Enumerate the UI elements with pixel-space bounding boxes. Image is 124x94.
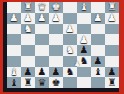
chess-piece-bP[interactable]: ♟ [80, 45, 89, 55]
chess-piece-bB[interactable]: ♝ [10, 78, 19, 88]
chess-piece-wP[interactable]: ♟ [38, 13, 47, 23]
app-window: ♜♛♚♝♜♟♟♟♟♟♟♞♟♟♞♟♞♟♟♝♟♟♟♞♝♟♝♜♛♚♜ [0, 0, 124, 94]
chess-piece-bP[interactable]: ♟ [52, 67, 61, 77]
board-square-b2[interactable]: ♟ [91, 13, 105, 24]
board-square-c8[interactable] [77, 77, 91, 88]
chess-piece-bP[interactable]: ♟ [94, 56, 103, 66]
board-square-h8[interactable]: ♝ [7, 77, 21, 88]
board-square-b8[interactable] [91, 77, 105, 88]
chess-piece-wB[interactable]: ♝ [80, 2, 89, 12]
board-square-f5[interactable] [35, 45, 49, 56]
board-square-c3[interactable] [77, 24, 91, 35]
board-square-e4[interactable] [49, 34, 63, 45]
board-square-b7[interactable]: ♝ [91, 67, 105, 78]
board-square-h7[interactable]: ♝ [7, 67, 21, 78]
board-square-f3[interactable] [35, 24, 49, 35]
chess-piece-wP[interactable]: ♟ [10, 13, 19, 23]
board-square-c2[interactable] [77, 13, 91, 24]
chess-board: ♜♛♚♝♜♟♟♟♟♟♟♞♟♟♞♟♞♟♟♝♟♟♟♞♝♟♝♜♛♚♜ [7, 2, 119, 88]
board-square-e3[interactable] [49, 24, 63, 35]
chess-piece-bR[interactable]: ♜ [108, 78, 117, 88]
chess-piece-bN[interactable]: ♞ [80, 56, 89, 66]
board-square-f8[interactable]: ♛ [35, 77, 49, 88]
board-square-b3[interactable] [91, 24, 105, 35]
chess-piece-wP[interactable]: ♟ [94, 13, 103, 23]
bottom-panel-strip [3, 88, 119, 92]
board-square-a5[interactable] [105, 45, 119, 56]
chess-piece-bP[interactable]: ♟ [108, 67, 117, 77]
board-square-f6[interactable] [35, 56, 49, 67]
board-square-a4[interactable] [105, 34, 119, 45]
board-square-a7[interactable]: ♟ [105, 67, 119, 78]
chess-piece-bP[interactable]: ♟ [24, 67, 33, 77]
board-square-d5[interactable]: ♞ [63, 45, 77, 56]
board-square-h3[interactable] [7, 24, 21, 35]
board-square-g4[interactable] [21, 34, 35, 45]
board-square-h4[interactable] [7, 34, 21, 45]
capture-artifact-pawn-icon: ♟ [74, 61, 80, 68]
chess-piece-wR[interactable]: ♜ [108, 2, 117, 12]
board-square-h2[interactable]: ♟ [7, 13, 21, 24]
board-square-g3[interactable]: ♞ [21, 24, 35, 35]
board-square-e6[interactable] [49, 56, 63, 67]
board-square-c6[interactable]: ♞♟ [77, 56, 91, 67]
chess-piece-bP[interactable]: ♟ [38, 67, 47, 77]
chess-piece-bK[interactable]: ♚ [52, 78, 61, 88]
board-square-c1[interactable]: ♝ [77, 2, 91, 13]
board-square-a2[interactable]: ♟ [105, 13, 119, 24]
chess-piece-wN[interactable]: ♞ [66, 45, 75, 55]
chess-piece-bR[interactable]: ♜ [24, 78, 33, 88]
chess-piece-bN[interactable]: ♞ [66, 67, 75, 77]
board-square-h5[interactable] [7, 45, 21, 56]
chess-piece-bB[interactable]: ♝ [94, 67, 103, 77]
chess-piece-wR[interactable]: ♜ [24, 2, 33, 12]
chess-piece-wP[interactable]: ♟ [24, 13, 33, 23]
board-square-e7[interactable]: ♟ [49, 67, 63, 78]
board-square-d1[interactable] [63, 2, 77, 13]
board-square-a3[interactable] [105, 24, 119, 35]
board-square-g5[interactable] [21, 45, 35, 56]
board-square-d8[interactable] [63, 77, 77, 88]
chess-piece-wP[interactable]: ♟ [66, 24, 75, 34]
chess-piece-wB[interactable]: ♝ [10, 67, 19, 77]
board-square-g8[interactable]: ♜ [21, 77, 35, 88]
board-square-a6[interactable] [105, 56, 119, 67]
board-square-g7[interactable]: ♟ [21, 67, 35, 78]
board-square-f4[interactable] [35, 34, 49, 45]
board-square-a8[interactable]: ♜ [105, 77, 119, 88]
chess-piece-wP[interactable]: ♟ [108, 13, 117, 23]
board-square-e2[interactable]: ♟ [49, 13, 63, 24]
board-square-f7[interactable]: ♟ [35, 67, 49, 78]
board-square-e5[interactable] [49, 45, 63, 56]
board-square-d7[interactable]: ♞ [63, 67, 77, 78]
chess-piece-bQ[interactable]: ♛ [38, 78, 47, 88]
board-square-h6[interactable] [7, 56, 21, 67]
board-square-e8[interactable]: ♚ [49, 77, 63, 88]
board-square-f2[interactable]: ♟ [35, 13, 49, 24]
chess-piece-wQ[interactable]: ♛ [38, 2, 47, 12]
chess-piece-wP[interactable]: ♟ [52, 13, 61, 23]
board-square-b4[interactable] [91, 34, 105, 45]
board-square-b6[interactable]: ♟ [91, 56, 105, 67]
board-square-g2[interactable]: ♟ [21, 13, 35, 24]
board-square-g6[interactable] [21, 56, 35, 67]
chess-piece-wN[interactable]: ♞ [24, 24, 33, 34]
chess-piece-wK[interactable]: ♚ [52, 2, 61, 12]
board-square-d2[interactable] [63, 13, 77, 24]
board-square-d3[interactable]: ♟ [63, 24, 77, 35]
board-square-c7[interactable] [77, 67, 91, 78]
